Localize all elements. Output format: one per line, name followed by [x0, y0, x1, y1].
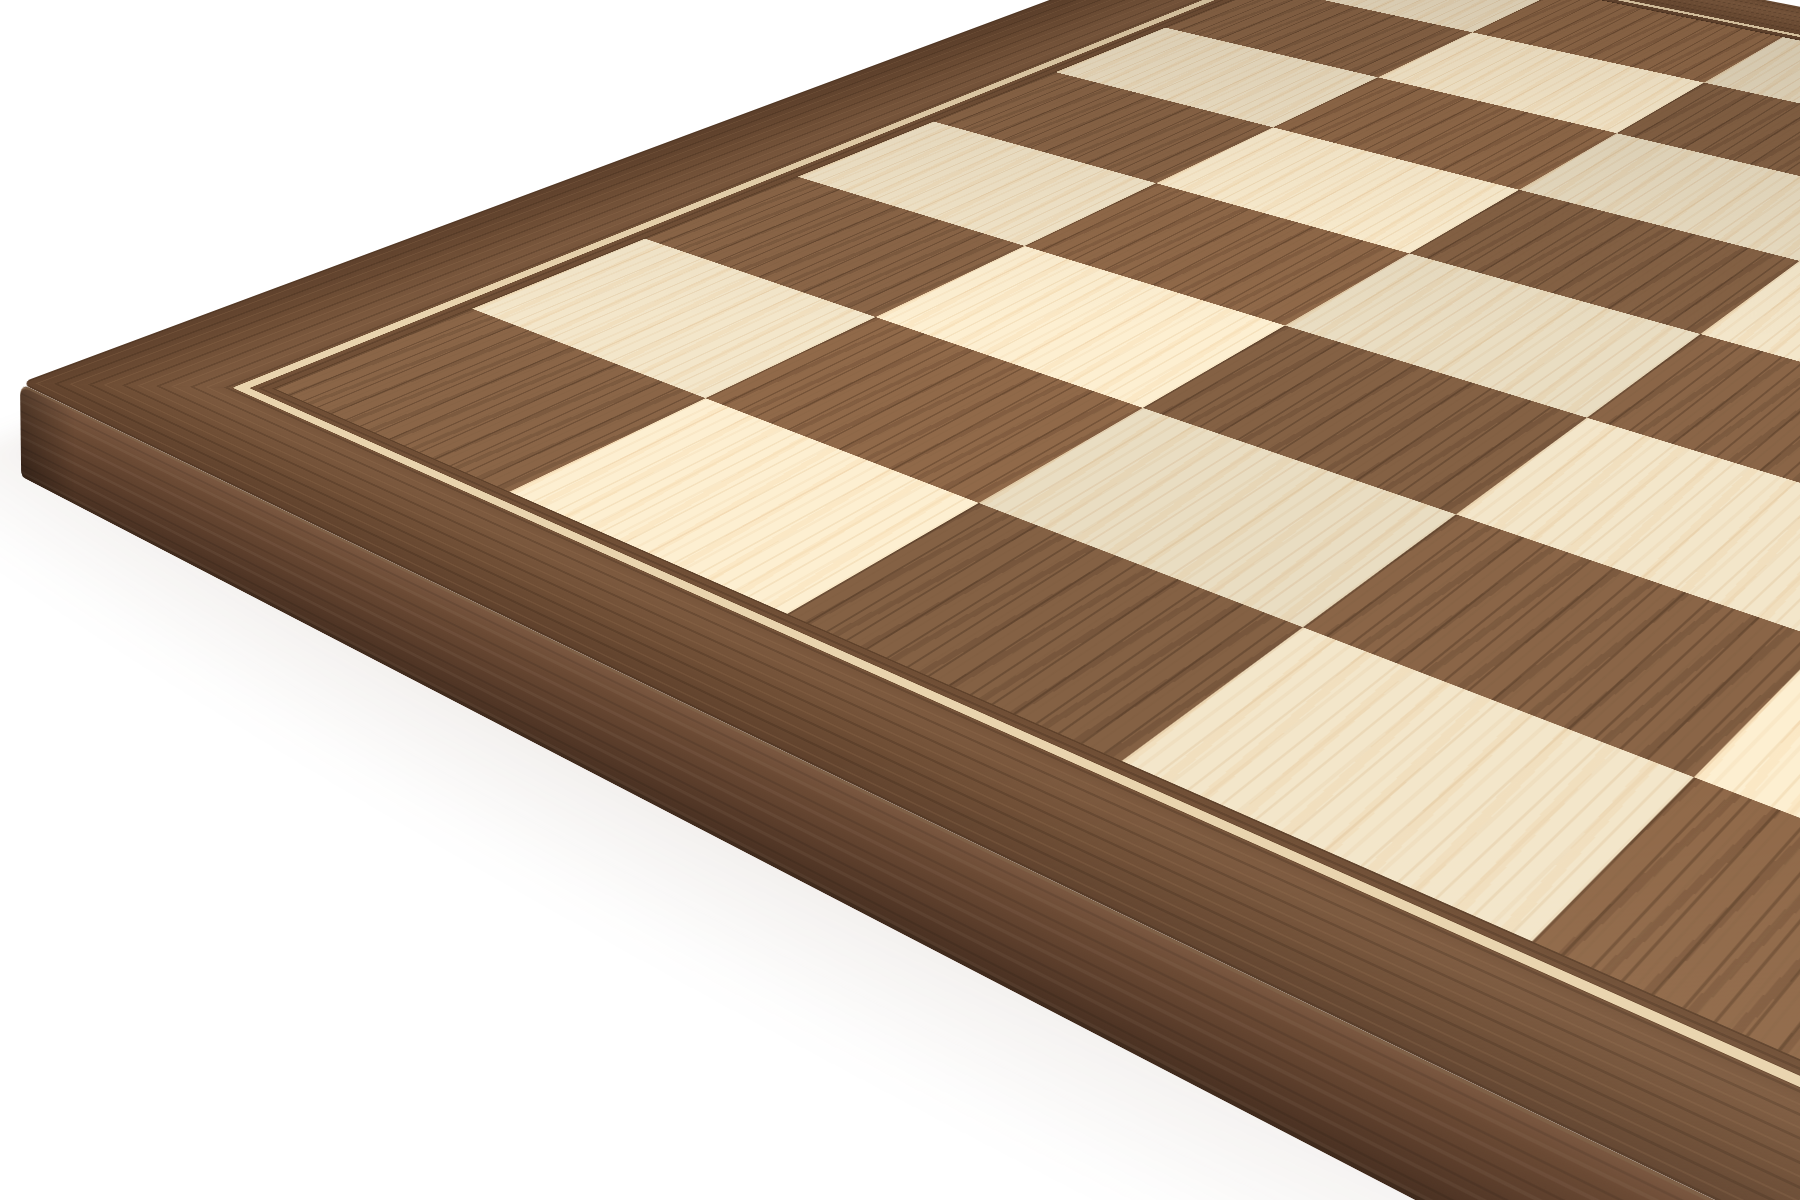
- chess-board: [20, 0, 1800, 1200]
- product-photo-backdrop: [0, 0, 1800, 1200]
